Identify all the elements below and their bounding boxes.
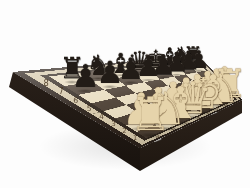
file-label: a	[156, 133, 160, 139]
file-label: e	[207, 111, 210, 116]
rank-label: 4	[99, 113, 104, 120]
rank-label: 2	[122, 128, 126, 135]
rank-label: 1	[133, 134, 137, 141]
file-label: d	[196, 115, 199, 120]
file-label: f	[217, 107, 219, 111]
file-label: g	[224, 103, 227, 107]
file-label: b	[171, 126, 175, 132]
rank-label: 6	[73, 97, 78, 105]
rank-label: 5	[87, 105, 92, 113]
rank-label: 8	[44, 79, 49, 87]
file-label: c	[185, 121, 188, 126]
file-label: h	[232, 100, 235, 104]
product-photo: 1a2b3c4d5e6f7g8h ♜♞♝♛♚♝♞♜♟♟♟♟♟♟♟♟♟♟♟♟♟♟♟…	[0, 0, 250, 188]
rank-label: 3	[111, 121, 115, 128]
rank-label: 7	[59, 88, 64, 96]
